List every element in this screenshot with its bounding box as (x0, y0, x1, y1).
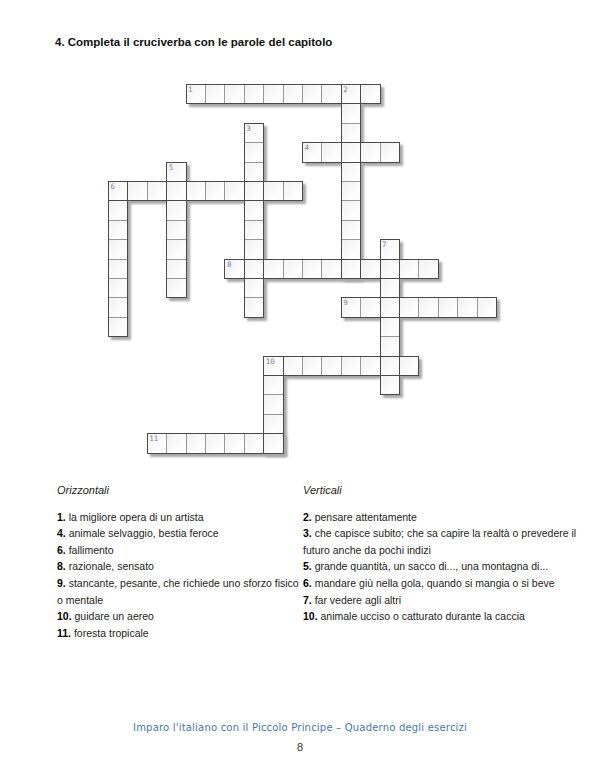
crossword-cell (477, 297, 497, 317)
crossword-cell (283, 84, 303, 104)
crossword-cell (244, 181, 264, 201)
clue-number: 8. (57, 560, 66, 572)
crossword-cell (321, 142, 341, 162)
crossword-cell (341, 162, 361, 182)
crossword-cell (166, 239, 186, 259)
crossword-cell (341, 181, 361, 201)
crossword-cell (341, 356, 361, 376)
clue-text: che capisce subito; che sa capire la rea… (303, 527, 576, 556)
crossword-cell (166, 278, 186, 298)
crossword-cell (380, 297, 400, 317)
crossword-cell (360, 142, 380, 162)
across-clues-list: 1. la migliore opera di un artista4. ani… (57, 509, 302, 642)
crossword-cell (127, 181, 147, 201)
crossword-cell (380, 375, 400, 395)
clue-text: grande quantità, un sacco di..., una mon… (312, 560, 548, 572)
crossword-cell (283, 356, 303, 376)
clue-number: 1. (57, 511, 66, 523)
clue-text: mandare giù nella gola, quando si mangia… (312, 577, 555, 589)
clue-number: 3. (303, 527, 312, 539)
crossword-cell (166, 220, 186, 240)
crossword-cell (380, 317, 400, 337)
cell-number-8: 8 (227, 261, 232, 269)
crossword-cell (360, 356, 380, 376)
clue-text: stancante, pesante, che richiede uno sfo… (57, 577, 299, 606)
clue-number: 7. (303, 594, 312, 606)
cell-number-5: 5 (169, 164, 174, 172)
crossword-cell (341, 200, 361, 220)
crossword-cell (166, 433, 186, 453)
down-clue-6: 6. mandare giù nella gola, quando si man… (303, 575, 561, 592)
exercise-title: 4. Completa il cruciverba con le parole … (55, 36, 575, 48)
clue-number: 10. (303, 610, 318, 622)
crossword-cell (147, 181, 167, 201)
crossword-cell (418, 259, 438, 279)
clue-text: animale selvaggio, bestia feroce (66, 527, 219, 539)
cell-number-9: 9 (343, 299, 348, 307)
cell-number-3: 3 (246, 125, 251, 133)
clue-number: 4. (57, 527, 66, 539)
crossword-cell (263, 433, 283, 453)
crossword-cell (108, 259, 128, 279)
crossword-cell (380, 142, 400, 162)
crossword-cell (244, 297, 264, 317)
workbook-page: { "game": "crossword", "title": "4. Comp… (0, 0, 600, 779)
crossword-cell (321, 84, 341, 104)
clue-text: fallimento (66, 544, 114, 556)
crossword-cell (186, 181, 206, 201)
clue-number: 6. (303, 577, 312, 589)
cell-number-11: 11 (149, 435, 158, 443)
crossword-cell (244, 200, 264, 220)
crossword-cell (244, 220, 264, 240)
crossword-cell (438, 297, 458, 317)
clue-text: razionale, sensato (66, 560, 154, 572)
clue-number: 9. (57, 577, 66, 589)
clue-text: foresta tropicale (71, 627, 149, 639)
crossword-cell (341, 142, 361, 162)
crossword-cell (263, 375, 283, 395)
crossword-cell (205, 433, 225, 453)
crossword-cell (263, 259, 283, 279)
crossword-cell (244, 162, 264, 182)
across-clue-11: 11. foresta tropicale (57, 625, 302, 642)
crossword-cell (399, 259, 419, 279)
crossword-cell (283, 259, 303, 279)
crossword-cell (360, 259, 380, 279)
down-clue-3: 3. che capisce subito; che sa capire la … (303, 525, 577, 558)
crossword-cell (418, 297, 438, 317)
book-title-footer: Imparo l'italiano con il Piccolo Princip… (0, 722, 600, 733)
clue-text: la migliore opera di un artista (66, 511, 204, 523)
across-clue-4: 4. animale selvaggio, bestia feroce (57, 525, 302, 542)
across-clues-column: Orizzontali 1. la migliore opera di un a… (57, 482, 302, 641)
crossword-cell (283, 181, 303, 201)
crossword-cell (380, 259, 400, 279)
crossword-cell (341, 259, 361, 279)
crossword-cell (360, 297, 380, 317)
down-clue-7: 7. far vedere agli altri (303, 592, 577, 609)
clue-number: 6. (57, 544, 66, 556)
crossword-cell (244, 278, 264, 298)
crossword-cell (321, 259, 341, 279)
crossword-cell (302, 84, 322, 104)
crossword-cell (263, 394, 283, 414)
cell-number-6: 6 (111, 183, 116, 191)
crossword-grid: 1234567891011 (108, 84, 500, 456)
crossword-cell (399, 356, 419, 376)
crossword-cell (341, 239, 361, 259)
crossword-cell (108, 317, 128, 337)
clue-text: animale ucciso o catturato durante la ca… (318, 610, 525, 622)
crossword-cell (108, 278, 128, 298)
down-clue-2: 2. pensare attentamente (303, 509, 577, 526)
crossword-cell (341, 220, 361, 240)
crossword-cell (263, 181, 283, 201)
crossword-cell (224, 84, 244, 104)
down-clues-list: 2. pensare attentamente3. che capisce su… (303, 509, 577, 625)
cell-number-4: 4 (305, 144, 310, 152)
crossword-cell (244, 239, 264, 259)
across-clue-1: 1. la migliore opera di un artista (57, 509, 302, 526)
crossword-cell (224, 181, 244, 201)
cell-number-10: 10 (266, 358, 275, 366)
crossword-cell (380, 356, 400, 376)
clue-number: 11. (57, 627, 71, 639)
clue-number: 2. (303, 511, 312, 523)
down-heading: Verticali (303, 482, 577, 499)
crossword-cell (166, 200, 186, 220)
crossword-cell (341, 103, 361, 123)
down-clue-10: 10. animale ucciso o catturato durante l… (303, 608, 577, 625)
clue-text: guidare un aereo (72, 610, 154, 622)
crossword-cell (244, 142, 264, 162)
crossword-cell (108, 200, 128, 220)
crossword-cell (263, 414, 283, 434)
crossword-cell (457, 297, 477, 317)
crossword-cell (108, 297, 128, 317)
cell-number-2: 2 (343, 86, 348, 94)
crossword-cell (205, 84, 225, 104)
page-number: 8 (0, 741, 600, 753)
clue-text: pensare attentamente (312, 511, 417, 523)
down-clues-column: Verticali 2. pensare attentamente3. che … (303, 482, 577, 625)
crossword-cell (166, 259, 186, 279)
crossword-cell (302, 259, 322, 279)
across-clue-6: 6. fallimento (57, 542, 302, 559)
crossword-cell (321, 356, 341, 376)
crossword-cell (205, 181, 225, 201)
across-clue-9: 9. stancante, pesante, che richiede uno … (57, 575, 302, 608)
crossword-cell (186, 433, 206, 453)
cell-number-1: 1 (188, 86, 193, 94)
crossword-cell (380, 336, 400, 356)
clue-number: 5. (303, 560, 312, 572)
crossword-cell (341, 123, 361, 143)
crossword-cell (399, 297, 419, 317)
across-heading: Orizzontali (57, 482, 302, 499)
crossword-cell (302, 356, 322, 376)
crossword-cell (108, 220, 128, 240)
crossword-cell (166, 181, 186, 201)
crossword-cell (244, 84, 264, 104)
crossword-cell (224, 433, 244, 453)
clue-number: 10. (57, 610, 72, 622)
crossword-cell (108, 239, 128, 259)
across-clue-8: 8. razionale, sensato (57, 558, 302, 575)
crossword-cell (360, 84, 380, 104)
crossword-cell (244, 259, 264, 279)
clue-text: far vedere agli altri (312, 594, 401, 606)
crossword-cell (244, 433, 264, 453)
cell-number-7: 7 (382, 241, 387, 249)
across-clue-10: 10. guidare un aereo (57, 608, 302, 625)
crossword-cell (380, 278, 400, 298)
down-clue-5: 5. grande quantità, un sacco di..., una … (303, 558, 577, 575)
crossword-cell (263, 84, 283, 104)
